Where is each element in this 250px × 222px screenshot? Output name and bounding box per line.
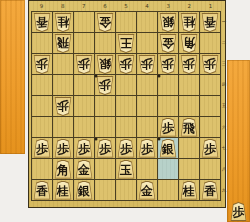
square-3e[interactable] (158, 96, 178, 116)
square-6b[interactable] (95, 33, 115, 53)
square-6f[interactable] (95, 117, 115, 137)
square-5h[interactable]: 玉 (116, 159, 136, 179)
piece-face: 香 (34, 13, 50, 30)
square-8g[interactable]: 歩 (53, 138, 73, 158)
piece-gote-n-8a[interactable]: 桂 (54, 13, 72, 32)
square-9b[interactable] (32, 33, 52, 53)
piece-gote-p-3c[interactable]: 歩 (159, 55, 177, 74)
piece-face: 金 (76, 161, 92, 178)
piece-face: 歩 (160, 55, 176, 72)
piece-face: 香 (202, 182, 218, 199)
square-5i[interactable] (116, 180, 136, 200)
piece-face: 角 (55, 161, 71, 178)
piece-kanji: 歩 (183, 55, 195, 69)
piece-kanji: 歩 (57, 97, 69, 111)
piece-kanji: 銀 (78, 185, 90, 199)
square-6h[interactable] (95, 159, 115, 179)
square-6c[interactable]: 銀 (95, 54, 115, 74)
square-4f[interactable] (137, 117, 157, 137)
piece-face: 桂 (181, 182, 197, 199)
piece-face: 歩 (34, 55, 50, 72)
piece-gote-l-9a[interactable]: 香 (33, 13, 51, 32)
square-1f[interactable] (200, 117, 220, 137)
square-4i[interactable]: 金 (137, 180, 157, 200)
square-5b[interactable]: 王 (116, 33, 136, 53)
piece-kanji: 銀 (99, 55, 111, 69)
shogi-board: 987654321 一二三四五六七八九 香桂金銀桂香飛王金角歩歩銀歩歩歩歩歩歩歩… (28, 0, 226, 208)
piece-sente-g-4i[interactable]: 金 (138, 181, 156, 200)
piece-face: 歩 (202, 55, 218, 72)
piece-kanji: 桂 (183, 185, 195, 199)
square-4a[interactable] (137, 12, 157, 32)
hand-piece-sente-p[interactable]: 歩 (230, 202, 247, 221)
square-8i[interactable]: 桂 (53, 180, 73, 200)
square-4g[interactable]: 歩 (137, 138, 157, 158)
file-label: 6 (94, 1, 115, 11)
file-coordinate-labels: 987654321 (31, 1, 221, 11)
piece-gote-p-5c[interactable]: 歩 (117, 55, 135, 74)
piece-sente-r-2f[interactable]: 飛 (180, 118, 198, 137)
piece-kanji: 金 (162, 34, 174, 48)
piece-face: 歩 (139, 140, 155, 157)
piece-gote-k-5b[interactable]: 王 (117, 34, 135, 53)
file-label: 7 (73, 1, 94, 11)
piece-sente-b-8h[interactable]: 角 (54, 160, 72, 179)
piece-sente-n-8i[interactable]: 桂 (54, 181, 72, 200)
square-1g[interactable]: 歩 (200, 138, 220, 158)
square-7e[interactable] (74, 96, 94, 116)
square-7d[interactable] (74, 75, 94, 95)
square-3f[interactable]: 歩 (158, 117, 178, 137)
square-8c[interactable] (53, 54, 73, 74)
star-point (95, 138, 98, 141)
piece-face: 金 (97, 13, 113, 30)
piece-kanji: 王 (120, 34, 132, 48)
piece-sente-p-3f[interactable]: 歩 (159, 118, 177, 137)
file-label: 4 (137, 1, 158, 11)
star-point (158, 75, 161, 78)
piece-kanji: 歩 (36, 55, 48, 69)
square-5d[interactable] (116, 75, 136, 95)
square-1h[interactable] (200, 159, 220, 179)
sente-hand-pieces: 歩 (227, 202, 250, 221)
piece-kanji: 歩 (120, 55, 132, 69)
piece-gote-p-7c[interactable]: 歩 (75, 55, 93, 74)
square-4b[interactable] (137, 33, 157, 53)
square-9g[interactable]: 歩 (32, 138, 52, 158)
square-7i[interactable]: 銀 (74, 180, 94, 200)
square-1e[interactable] (200, 96, 220, 116)
square-8b[interactable]: 飛 (53, 33, 73, 53)
piece-face: 玉 (118, 161, 134, 178)
file-label: 1 (200, 1, 221, 11)
piece-gote-n-2a[interactable]: 桂 (180, 13, 198, 32)
piece-sente-g-7h[interactable]: 金 (75, 160, 93, 179)
square-3d[interactable] (158, 75, 178, 95)
piece-sente-p-6g[interactable]: 歩 (96, 139, 114, 158)
piece-kanji: 角 (183, 34, 195, 48)
piece-sente-l-9i[interactable]: 香 (33, 181, 51, 200)
piece-kanji: 歩 (233, 206, 245, 220)
piece-kanji: 歩 (78, 55, 90, 69)
piece-face: 銀 (76, 182, 92, 199)
piece-face: 歩 (55, 140, 71, 157)
rank-label: 二 (221, 32, 227, 53)
piece-gote-l-1a[interactable]: 香 (201, 13, 219, 32)
piece-kanji: 銀 (162, 13, 174, 27)
piece-kanji: 角 (57, 164, 69, 178)
piece-kanji: 金 (141, 185, 153, 199)
piece-kanji: 歩 (141, 55, 153, 69)
piece-gote-p-1c[interactable]: 歩 (201, 55, 219, 74)
file-label: 5 (115, 1, 136, 11)
square-1b[interactable] (200, 33, 220, 53)
square-1i[interactable]: 香 (200, 180, 220, 200)
piece-gote-s-3a[interactable]: 銀 (159, 13, 177, 32)
file-label: 8 (52, 1, 73, 11)
square-4h[interactable] (137, 159, 157, 179)
shogi-app: 987654321 一二三四五六七八九 香桂金銀桂香飛王金角歩歩銀歩歩歩歩歩歩歩… (0, 0, 250, 222)
piece-face: 銀 (97, 55, 113, 72)
piece-kanji: 桂 (57, 13, 69, 27)
piece-face: 香 (34, 182, 50, 199)
piece-sente-s-7i[interactable]: 銀 (75, 181, 93, 200)
square-2e[interactable] (179, 96, 199, 116)
file-label: 2 (179, 1, 200, 11)
file-label: 9 (31, 1, 52, 11)
star-point (95, 75, 98, 78)
piece-face: 歩 (202, 140, 218, 157)
piece-gote-p-9c[interactable]: 歩 (33, 55, 51, 74)
piece-kanji: 歩 (204, 143, 216, 157)
piece-kanji: 香 (36, 185, 48, 199)
square-2f[interactable]: 飛 (179, 117, 199, 137)
piece-face: 歩 (160, 119, 176, 136)
piece-face: 銀 (160, 13, 176, 30)
square-9d[interactable] (32, 75, 52, 95)
piece-sente-p-4g[interactable]: 歩 (138, 139, 156, 158)
square-1a[interactable]: 香 (200, 12, 220, 32)
piece-gote-p-4c[interactable]: 歩 (138, 55, 156, 74)
square-9e[interactable] (32, 96, 52, 116)
square-6a[interactable]: 金 (95, 12, 115, 32)
square-2b[interactable]: 角 (179, 33, 199, 53)
piece-kanji: 歩 (162, 55, 174, 69)
piece-face: 金 (160, 34, 176, 51)
piece-kanji: 歩 (57, 143, 69, 157)
piece-face: 香 (202, 13, 218, 30)
square-1d[interactable] (200, 75, 220, 95)
piece-face: 歩 (181, 55, 197, 72)
square-3h[interactable] (158, 159, 178, 179)
piece-kanji: 歩 (36, 143, 48, 157)
piece-gote-r-8b[interactable]: 飛 (54, 34, 72, 53)
piece-sente-p-7g[interactable]: 歩 (75, 139, 93, 158)
square-3g[interactable]: 銀 (158, 138, 178, 158)
piece-sente-n-2i[interactable]: 桂 (180, 181, 198, 200)
piece-kanji: 桂 (183, 13, 195, 27)
piece-kanji: 歩 (141, 143, 153, 157)
piece-face: 飛 (55, 34, 71, 51)
file-label: 3 (158, 1, 179, 11)
piece-face: 歩 (97, 140, 113, 157)
piece-face: 飛 (181, 119, 197, 136)
piece-kanji: 歩 (162, 122, 174, 136)
piece-kanji: 歩 (78, 143, 90, 157)
piece-kanji: 歩 (120, 143, 132, 157)
piece-kanji: 銀 (162, 143, 174, 157)
piece-face: 金 (139, 182, 155, 199)
square-9h[interactable] (32, 159, 52, 179)
piece-kanji: 歩 (204, 55, 216, 69)
square-9i[interactable]: 香 (32, 180, 52, 200)
piece-face: 歩 (118, 55, 134, 72)
square-3i[interactable] (158, 180, 178, 200)
gote-hand-tray (0, 0, 25, 154)
square-3c[interactable]: 歩 (158, 54, 178, 74)
piece-face: 桂 (181, 13, 197, 30)
piece-sente-p-8g[interactable]: 歩 (54, 139, 72, 158)
square-8e[interactable]: 歩 (53, 96, 73, 116)
star-point (158, 138, 161, 141)
piece-kanji: 玉 (120, 164, 132, 178)
piece-sente-p-9g[interactable]: 歩 (33, 139, 51, 158)
square-7h[interactable]: 金 (74, 159, 94, 179)
piece-sente-l-1i[interactable]: 香 (201, 181, 219, 200)
rank-label: 一 (221, 11, 227, 32)
square-8f[interactable] (53, 117, 73, 137)
piece-sente-s-3g[interactable]: 銀 (159, 139, 177, 158)
square-5f[interactable] (116, 117, 136, 137)
square-5g[interactable]: 歩 (116, 138, 136, 158)
square-5e[interactable] (116, 96, 136, 116)
square-2a[interactable]: 桂 (179, 12, 199, 32)
square-8a[interactable]: 桂 (53, 12, 73, 32)
square-2h[interactable] (179, 159, 199, 179)
square-8d[interactable] (53, 75, 73, 95)
piece-face: 歩 (76, 140, 92, 157)
square-2c[interactable]: 歩 (179, 54, 199, 74)
piece-gote-g-3b[interactable]: 金 (159, 34, 177, 53)
square-6e[interactable] (95, 96, 115, 116)
piece-gote-b-2b[interactable]: 角 (180, 34, 198, 53)
square-7a[interactable] (74, 12, 94, 32)
square-3b[interactable]: 金 (158, 33, 178, 53)
piece-kanji: 飛 (57, 34, 69, 48)
piece-face: 歩 (118, 140, 134, 157)
square-1c[interactable]: 歩 (200, 54, 220, 74)
piece-face: 歩 (34, 140, 50, 157)
square-9a[interactable]: 香 (32, 12, 52, 32)
piece-face: 桂 (55, 182, 71, 199)
square-2g[interactable] (179, 138, 199, 158)
piece-face: 歩 (139, 55, 155, 72)
square-8h[interactable]: 角 (53, 159, 73, 179)
piece-gote-g-6a[interactable]: 金 (96, 13, 114, 32)
piece-gote-p-6d[interactable]: 歩 (96, 76, 114, 95)
piece-kanji: 香 (204, 185, 216, 199)
sente-hand-tray: 歩 (227, 60, 250, 222)
square-4d[interactable] (137, 75, 157, 95)
square-6i[interactable] (95, 180, 115, 200)
piece-face: 王 (118, 34, 134, 51)
square-6d[interactable]: 歩 (95, 75, 115, 95)
piece-face: 歩 (231, 203, 246, 220)
piece-kanji: 金 (78, 164, 90, 178)
square-7f[interactable] (74, 117, 94, 137)
square-4e[interactable] (137, 96, 157, 116)
square-4c[interactable]: 歩 (137, 54, 157, 74)
piece-sente-p-1g[interactable]: 歩 (201, 139, 219, 158)
piece-face: 歩 (55, 97, 71, 114)
square-5c[interactable]: 歩 (116, 54, 136, 74)
piece-face: 歩 (97, 76, 113, 93)
piece-face: 桂 (55, 13, 71, 30)
square-6g[interactable]: 歩 (95, 138, 115, 158)
board-grid: 香桂金銀桂香飛王金角歩歩銀歩歩歩歩歩歩歩歩飛歩歩歩歩歩歩銀歩角金玉香桂銀金桂香 (31, 11, 221, 201)
square-3a[interactable]: 銀 (158, 12, 178, 32)
square-2i[interactable]: 桂 (179, 180, 199, 200)
square-7b[interactable] (74, 33, 94, 53)
square-7c[interactable]: 歩 (74, 54, 94, 74)
piece-kanji: 金 (99, 13, 111, 27)
square-9c[interactable]: 歩 (32, 54, 52, 74)
piece-gote-p-2c[interactable]: 歩 (180, 55, 198, 74)
piece-kanji: 香 (36, 13, 48, 27)
piece-face: 角 (181, 34, 197, 51)
piece-kanji: 歩 (99, 76, 111, 90)
piece-kanji: 香 (204, 13, 216, 27)
square-2d[interactable] (179, 75, 199, 95)
square-9f[interactable] (32, 117, 52, 137)
piece-kanji: 桂 (57, 185, 69, 199)
piece-gote-s-6c[interactable]: 銀 (96, 55, 114, 74)
square-5a[interactable] (116, 12, 136, 32)
piece-face: 銀 (160, 140, 176, 157)
piece-kanji: 歩 (99, 143, 111, 157)
piece-gote-p-8e[interactable]: 歩 (54, 97, 72, 116)
square-7g[interactable]: 歩 (74, 138, 94, 158)
piece-sente-k-5h[interactable]: 玉 (117, 160, 135, 179)
piece-kanji: 飛 (183, 122, 195, 136)
piece-sente-p-5g[interactable]: 歩 (117, 139, 135, 158)
piece-face: 歩 (76, 55, 92, 72)
